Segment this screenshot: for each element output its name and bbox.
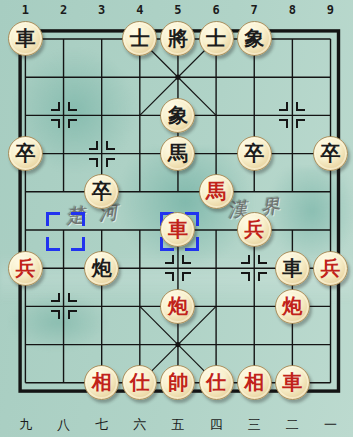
piece-red-馬-f6r4[interactable]: 馬: [199, 174, 234, 209]
piece-red-兵-f9r6[interactable]: 兵: [313, 251, 348, 286]
piece-black-車-f8r6[interactable]: 車: [275, 251, 310, 286]
file-label-top-8: 8: [273, 3, 311, 17]
piece-glyph: 兵: [244, 213, 264, 246]
piece-red-相-f3r9[interactable]: 相: [84, 365, 119, 400]
piece-glyph: 士: [130, 22, 150, 55]
piece-glyph: 車: [282, 252, 302, 285]
piece-black-士-f6r0[interactable]: 士: [199, 21, 234, 56]
piece-glyph: 象: [168, 99, 188, 132]
piece-glyph: 兵: [15, 252, 35, 285]
file-label-top-1: 1: [6, 3, 44, 17]
piece-black-象-f5r2[interactable]: 象: [160, 98, 195, 133]
pieces-layer: 車士將士象象卒馬卒卒卒炮車馬車兵兵兵炮炮相仕帥仕相車: [6, 20, 349, 402]
piece-glyph: 馬: [206, 175, 226, 208]
file-label-bottom-4: 六: [121, 416, 159, 434]
piece-red-帥-f5r9[interactable]: 帥: [160, 365, 195, 400]
file-label-top-4: 4: [121, 3, 159, 17]
piece-glyph: 車: [282, 366, 302, 399]
piece-red-仕-f6r9[interactable]: 仕: [199, 365, 234, 400]
piece-black-炮-f3r6[interactable]: 炮: [84, 251, 119, 286]
piece-glyph: 車: [168, 213, 188, 246]
piece-black-車-f1r0[interactable]: 車: [8, 21, 43, 56]
piece-glyph: 卒: [244, 137, 264, 170]
piece-red-車-f5r5[interactable]: 車: [160, 212, 195, 247]
piece-glyph: 相: [92, 366, 112, 399]
piece-glyph: 炮: [282, 290, 302, 323]
piece-glyph: 仕: [130, 366, 150, 399]
piece-glyph: 車: [15, 22, 35, 55]
piece-red-兵-f7r5[interactable]: 兵: [237, 212, 272, 247]
file-label-top-7: 7: [235, 3, 273, 17]
piece-red-相-f7r9[interactable]: 相: [237, 365, 272, 400]
file-label-bottom-1: 九: [6, 416, 44, 434]
piece-black-卒-f1r3[interactable]: 卒: [8, 136, 43, 171]
piece-red-炮-f5r7[interactable]: 炮: [160, 289, 195, 324]
piece-glyph: 士: [206, 22, 226, 55]
file-label-bottom-6: 四: [197, 416, 235, 434]
piece-glyph: 帥: [168, 366, 188, 399]
piece-glyph: 相: [244, 366, 264, 399]
file-label-bottom-5: 五: [159, 416, 197, 434]
file-label-bottom-3: 七: [83, 416, 121, 434]
file-label-top-5: 5: [159, 3, 197, 17]
file-label-top-6: 6: [197, 3, 235, 17]
piece-glyph: 象: [244, 22, 264, 55]
piece-black-士-f4r0[interactable]: 士: [122, 21, 157, 56]
bottom-file-coordinates: 九八七六五四三二一: [6, 416, 349, 434]
piece-glyph: 炮: [168, 290, 188, 323]
piece-black-卒-f9r3[interactable]: 卒: [313, 136, 348, 171]
file-label-bottom-7: 三: [235, 416, 273, 434]
file-label-top-9: 9: [311, 3, 349, 17]
piece-glyph: 兵: [320, 252, 340, 285]
piece-red-仕-f4r9[interactable]: 仕: [122, 365, 157, 400]
piece-red-兵-f1r6[interactable]: 兵: [8, 251, 43, 286]
file-label-bottom-2: 八: [45, 416, 83, 434]
piece-black-卒-f3r4[interactable]: 卒: [84, 174, 119, 209]
piece-glyph: 仕: [206, 366, 226, 399]
file-label-bottom-9: 一: [311, 416, 349, 434]
top-file-coordinates: 123456789: [6, 3, 349, 17]
piece-glyph: 卒: [92, 175, 112, 208]
file-label-bottom-8: 二: [273, 416, 311, 434]
piece-glyph: 卒: [320, 137, 340, 170]
piece-glyph: 馬: [168, 137, 188, 170]
piece-glyph: 將: [168, 22, 188, 55]
piece-black-象-f7r0[interactable]: 象: [237, 21, 272, 56]
xiangqi-app: 123456789 九八七六五四三二一 楚河 漢界 車士將士象象卒馬卒卒卒炮車馬…: [0, 0, 353, 437]
piece-red-車-f8r9[interactable]: 車: [275, 365, 310, 400]
piece-glyph: 卒: [15, 137, 35, 170]
piece-black-將-f5r0[interactable]: 將: [160, 21, 195, 56]
piece-black-馬-f5r3[interactable]: 馬: [160, 136, 195, 171]
file-label-top-2: 2: [45, 3, 83, 17]
piece-glyph: 炮: [92, 252, 112, 285]
piece-red-炮-f8r7[interactable]: 炮: [275, 289, 310, 324]
piece-black-卒-f7r3[interactable]: 卒: [237, 136, 272, 171]
file-label-top-3: 3: [83, 3, 121, 17]
